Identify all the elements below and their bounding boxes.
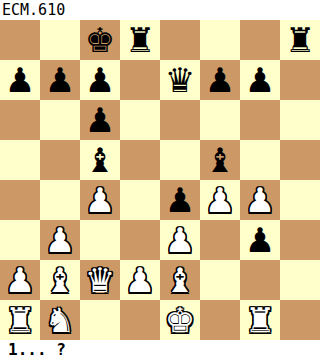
square-g4[interactable]: ♟ — [240, 180, 280, 220]
square-c4[interactable]: ♟ — [80, 180, 120, 220]
square-c1[interactable] — [80, 300, 120, 340]
black-rook-piece: ♜ — [125, 20, 155, 60]
square-f6[interactable] — [200, 100, 240, 140]
black-queen-piece: ♛ — [165, 60, 195, 100]
square-b5[interactable] — [40, 140, 80, 180]
black-pawn-piece: ♟ — [5, 60, 35, 100]
square-a8[interactable] — [0, 20, 40, 60]
square-d6[interactable] — [120, 100, 160, 140]
white-bishop-piece: ♝ — [165, 260, 195, 300]
chess-app-window: ECM.610 ♚♜♜♟♟♟♛♟♟♟♝♝♟♟♟♟♟♟♟♟♝♛♟♝♜♞♚♜ 1..… — [0, 0, 320, 360]
square-e6[interactable] — [160, 100, 200, 140]
square-c2[interactable]: ♛ — [80, 260, 120, 300]
square-d8[interactable]: ♜ — [120, 20, 160, 60]
square-c5[interactable]: ♝ — [80, 140, 120, 180]
square-f7[interactable]: ♟ — [200, 60, 240, 100]
square-c3[interactable] — [80, 220, 120, 260]
black-pawn-piece: ♟ — [205, 60, 235, 100]
chess-board: ♚♜♜♟♟♟♛♟♟♟♝♝♟♟♟♟♟♟♟♟♝♛♟♝♜♞♚♜ — [0, 20, 320, 340]
black-pawn-piece: ♟ — [245, 220, 275, 260]
square-b1[interactable]: ♞ — [40, 300, 80, 340]
white-pawn-piece: ♟ — [45, 220, 75, 260]
square-h5[interactable] — [280, 140, 320, 180]
white-pawn-piece: ♟ — [85, 180, 115, 220]
black-pawn-piece: ♟ — [85, 60, 115, 100]
header-bar: ECM.610 — [0, 0, 320, 20]
square-h2[interactable] — [280, 260, 320, 300]
square-b3[interactable]: ♟ — [40, 220, 80, 260]
square-h3[interactable] — [280, 220, 320, 260]
square-a4[interactable] — [0, 180, 40, 220]
square-g7[interactable]: ♟ — [240, 60, 280, 100]
white-king-piece: ♚ — [165, 300, 195, 340]
white-pawn-piece: ♟ — [165, 220, 195, 260]
white-rook-piece: ♜ — [5, 300, 35, 340]
square-e3[interactable]: ♟ — [160, 220, 200, 260]
white-pawn-piece: ♟ — [125, 260, 155, 300]
square-c6[interactable]: ♟ — [80, 100, 120, 140]
square-g5[interactable] — [240, 140, 280, 180]
square-b6[interactable] — [40, 100, 80, 140]
square-h6[interactable] — [280, 100, 320, 140]
square-e7[interactable]: ♛ — [160, 60, 200, 100]
square-e5[interactable] — [160, 140, 200, 180]
black-bishop-piece: ♝ — [85, 140, 115, 180]
status-bar: 1... ? — [0, 340, 320, 360]
square-d4[interactable] — [120, 180, 160, 220]
square-e8[interactable] — [160, 20, 200, 60]
page-title: ECM.610 — [2, 0, 65, 20]
black-king-piece: ♚ — [85, 20, 115, 60]
white-queen-piece: ♛ — [85, 260, 115, 300]
white-pawn-piece: ♟ — [205, 180, 235, 220]
square-g6[interactable] — [240, 100, 280, 140]
square-d1[interactable] — [120, 300, 160, 340]
square-d3[interactable] — [120, 220, 160, 260]
square-f1[interactable] — [200, 300, 240, 340]
black-pawn-piece: ♟ — [85, 100, 115, 140]
square-a6[interactable] — [0, 100, 40, 140]
square-g3[interactable]: ♟ — [240, 220, 280, 260]
white-pawn-piece: ♟ — [245, 180, 275, 220]
square-h4[interactable] — [280, 180, 320, 220]
square-e1[interactable]: ♚ — [160, 300, 200, 340]
white-knight-piece: ♞ — [45, 300, 75, 340]
white-pawn-piece: ♟ — [5, 260, 35, 300]
square-f3[interactable] — [200, 220, 240, 260]
square-a5[interactable] — [0, 140, 40, 180]
square-b4[interactable] — [40, 180, 80, 220]
square-a1[interactable]: ♜ — [0, 300, 40, 340]
black-pawn-piece: ♟ — [45, 60, 75, 100]
square-d2[interactable]: ♟ — [120, 260, 160, 300]
square-a7[interactable]: ♟ — [0, 60, 40, 100]
square-f5[interactable]: ♝ — [200, 140, 240, 180]
square-f4[interactable]: ♟ — [200, 180, 240, 220]
square-h7[interactable] — [280, 60, 320, 100]
square-b2[interactable]: ♝ — [40, 260, 80, 300]
move-prompt: 1... ? — [8, 340, 66, 360]
black-bishop-piece: ♝ — [205, 140, 235, 180]
square-c7[interactable]: ♟ — [80, 60, 120, 100]
black-rook-piece: ♜ — [285, 20, 315, 60]
square-h8[interactable]: ♜ — [280, 20, 320, 60]
square-a2[interactable]: ♟ — [0, 260, 40, 300]
square-f8[interactable] — [200, 20, 240, 60]
square-b8[interactable] — [40, 20, 80, 60]
square-g1[interactable]: ♜ — [240, 300, 280, 340]
square-d5[interactable] — [120, 140, 160, 180]
square-b7[interactable]: ♟ — [40, 60, 80, 100]
square-f2[interactable] — [200, 260, 240, 300]
black-pawn-piece: ♟ — [245, 60, 275, 100]
black-pawn-piece: ♟ — [165, 180, 195, 220]
square-c8[interactable]: ♚ — [80, 20, 120, 60]
square-g2[interactable] — [240, 260, 280, 300]
square-h1[interactable] — [280, 300, 320, 340]
square-e4[interactable]: ♟ — [160, 180, 200, 220]
square-e2[interactable]: ♝ — [160, 260, 200, 300]
square-g8[interactable] — [240, 20, 280, 60]
square-a3[interactable] — [0, 220, 40, 260]
white-bishop-piece: ♝ — [45, 260, 75, 300]
square-d7[interactable] — [120, 60, 160, 100]
white-rook-piece: ♜ — [245, 300, 275, 340]
